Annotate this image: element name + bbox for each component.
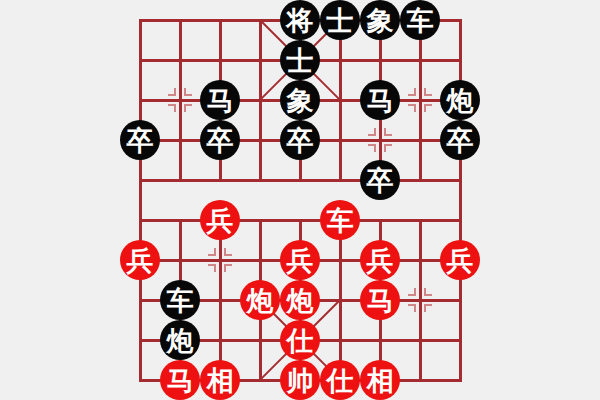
point-marker-bracket xyxy=(184,88,192,96)
board-file-line xyxy=(419,219,422,382)
piece-red-general[interactable]: 帅 xyxy=(280,360,320,400)
piece-red-soldier[interactable]: 兵 xyxy=(280,240,320,280)
piece-black-advisor[interactable]: 士 xyxy=(320,0,360,40)
piece-black-horse[interactable]: 马 xyxy=(360,80,400,120)
piece-black-soldier[interactable]: 卒 xyxy=(280,120,320,160)
piece-black-cannon[interactable]: 炮 xyxy=(440,80,480,120)
board-file-line xyxy=(219,219,222,382)
piece-black-soldier[interactable]: 卒 xyxy=(200,120,240,160)
point-marker-bracket xyxy=(224,248,232,256)
point-marker-bracket xyxy=(424,104,432,112)
point-marker-bracket xyxy=(408,288,416,296)
point-marker-bracket xyxy=(368,128,376,136)
point-marker-bracket xyxy=(168,88,176,96)
piece-red-cannon[interactable]: 炮 xyxy=(280,280,320,320)
piece-red-cannon[interactable]: 炮 xyxy=(240,280,280,320)
piece-red-soldier[interactable]: 兵 xyxy=(440,240,480,280)
piece-red-elephant[interactable]: 相 xyxy=(360,360,400,400)
piece-black-advisor[interactable]: 士 xyxy=(280,40,320,80)
piece-black-soldier[interactable]: 卒 xyxy=(120,120,160,160)
board-file-line xyxy=(139,19,142,382)
point-marker-bracket xyxy=(168,104,176,112)
xiangqi-board[interactable]: 将士象车士马象马炮卒卒卒卒卒兵车兵兵兵兵车炮炮马炮仕马相帅仕相 xyxy=(0,0,600,400)
piece-black-chariot[interactable]: 车 xyxy=(160,280,200,320)
piece-red-soldier[interactable]: 兵 xyxy=(360,240,400,280)
point-marker-bracket xyxy=(384,144,392,152)
piece-red-soldier[interactable]: 兵 xyxy=(120,240,160,280)
point-marker-bracket xyxy=(408,304,416,312)
piece-red-advisor[interactable]: 仕 xyxy=(280,320,320,360)
piece-red-advisor[interactable]: 仕 xyxy=(320,360,360,400)
point-marker-bracket xyxy=(408,104,416,112)
piece-black-elephant[interactable]: 象 xyxy=(280,80,320,120)
piece-red-chariot[interactable]: 车 xyxy=(320,200,360,240)
piece-red-elephant[interactable]: 相 xyxy=(200,360,240,400)
board-file-line xyxy=(419,19,422,182)
piece-black-horse[interactable]: 马 xyxy=(200,80,240,120)
piece-red-horse[interactable]: 马 xyxy=(360,280,400,320)
board-file-line xyxy=(459,19,462,382)
piece-black-elephant[interactable]: 象 xyxy=(360,0,400,40)
point-marker-bracket xyxy=(424,88,432,96)
piece-black-chariot[interactable]: 车 xyxy=(400,0,440,40)
piece-black-general[interactable]: 将 xyxy=(280,0,320,40)
point-marker-bracket xyxy=(224,264,232,272)
point-marker-bracket xyxy=(368,144,376,152)
app-background: 将士象车士马象马炮卒卒卒卒卒兵车兵兵兵兵车炮炮马炮仕马相帅仕相 xyxy=(0,0,600,400)
piece-red-horse[interactable]: 马 xyxy=(160,360,200,400)
board-file-line xyxy=(179,19,182,182)
piece-red-soldier[interactable]: 兵 xyxy=(200,200,240,240)
point-marker-bracket xyxy=(384,128,392,136)
piece-black-soldier[interactable]: 卒 xyxy=(440,120,480,160)
piece-black-cannon[interactable]: 炮 xyxy=(160,320,200,360)
point-marker-bracket xyxy=(208,248,216,256)
piece-black-soldier[interactable]: 卒 xyxy=(360,160,400,200)
point-marker-bracket xyxy=(424,288,432,296)
point-marker-bracket xyxy=(424,304,432,312)
point-marker-bracket xyxy=(184,104,192,112)
point-marker-bracket xyxy=(208,264,216,272)
point-marker-bracket xyxy=(408,88,416,96)
